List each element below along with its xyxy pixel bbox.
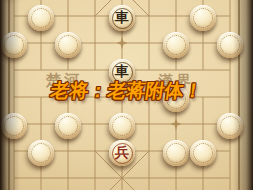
piece-character: 車	[109, 5, 135, 31]
piece-face-down[interactable]	[217, 32, 243, 58]
piece-face-down[interactable]	[55, 32, 81, 58]
piece-face-down[interactable]	[190, 5, 216, 31]
piece-face-down[interactable]	[1, 32, 27, 58]
piece-face-down[interactable]	[28, 140, 54, 166]
piece-face-down[interactable]	[217, 113, 243, 139]
piece-red-soldier[interactable]: 兵	[109, 140, 135, 166]
xiangqi-board: 楚河 漢界 車車兵 老将：老蒋附体！	[0, 0, 253, 190]
piece-face-down[interactable]	[1, 113, 27, 139]
piece-face-down[interactable]	[163, 32, 189, 58]
piece-face-down[interactable]	[109, 113, 135, 139]
piece-black-chariot[interactable]: 車	[109, 5, 135, 31]
piece-face-down[interactable]	[163, 140, 189, 166]
toast-caption: 老将：老蒋附体！	[0, 78, 253, 104]
piece-face-down[interactable]	[190, 140, 216, 166]
piece-character: 兵	[109, 140, 135, 166]
piece-face-down[interactable]	[28, 5, 54, 31]
piece-face-down[interactable]	[55, 113, 81, 139]
